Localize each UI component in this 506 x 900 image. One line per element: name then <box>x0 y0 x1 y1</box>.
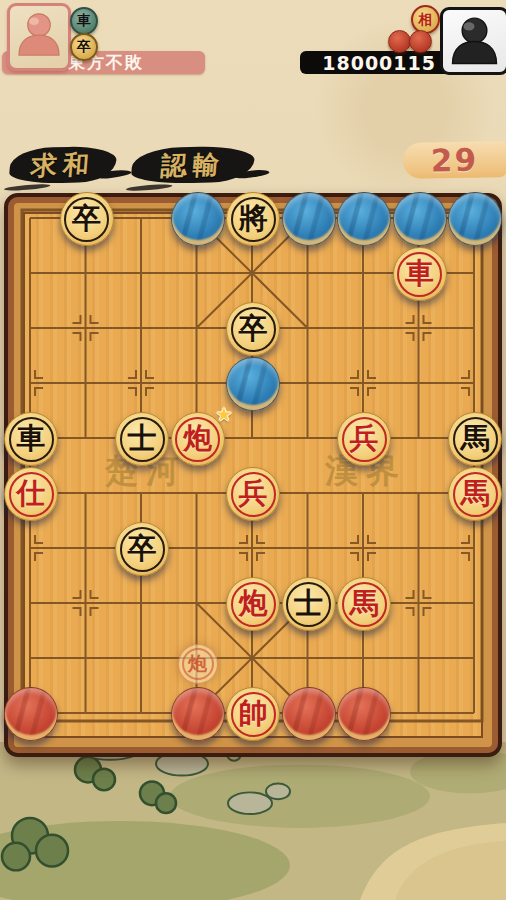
piece-character: 馬 <box>461 419 490 459</box>
black-player-avatar[interactable] <box>440 7 506 75</box>
piece-black-soldier-r0c1[interactable]: 卒 <box>60 192 114 246</box>
piece-character: 兵 <box>239 474 268 514</box>
move-timer-value: 29 <box>431 142 479 179</box>
piece-black-advisor-r4c2[interactable]: 士 <box>115 412 169 466</box>
piece-character: 馬 <box>461 474 490 514</box>
piece-hidden-black-piece-r0c8[interactable] <box>448 192 502 246</box>
piece-character: 炮 <box>183 419 212 459</box>
piece-character: 車 <box>17 419 46 459</box>
captured-black-chariot-icon: 車 <box>70 7 98 35</box>
captured-red-elephant-icon: 相 <box>411 5 440 34</box>
piece-character: 將 <box>239 199 268 239</box>
piece-red-general-r9c4[interactable]: 帥 <box>226 687 280 741</box>
piece-character: 士 <box>128 419 157 459</box>
piece-character: 仕 <box>17 474 46 514</box>
captured-hidden-red-piece-dot <box>388 30 411 53</box>
piece-red-chariot-r1c7[interactable]: 車 <box>393 247 447 301</box>
piece-character: 馬 <box>350 584 379 624</box>
piece-red-horse-r7c6[interactable]: 馬 <box>337 577 391 631</box>
piece-hidden-black-piece-r0c5[interactable] <box>282 192 336 246</box>
xiangqi-board[interactable]: 楚河 漢界 卒將車卒車士炮★兵馬仕兵馬卒炮士馬帥炮 <box>4 193 502 757</box>
piece-black-horse-r4c8[interactable]: 馬 <box>448 412 502 466</box>
offer-draw-button[interactable]: 求和 <box>8 146 117 185</box>
red-player-avatar[interactable] <box>7 3 71 71</box>
piece-black-general-r0c4[interactable]: 將 <box>226 192 280 246</box>
last-move-star-icon: ★ <box>215 403 232 425</box>
piece-hidden-red-piece-r9c0[interactable] <box>4 687 58 741</box>
person-icon <box>14 10 64 60</box>
piece-hidden-red-piece-r9c5[interactable] <box>282 687 336 741</box>
resign-label: 認輸 <box>160 147 227 184</box>
piece-hidden-red-piece-r9c6[interactable] <box>337 687 391 741</box>
piece-hidden-black-piece-r3c4[interactable] <box>226 357 280 411</box>
piece-hidden-black-piece-r0c7[interactable] <box>393 192 447 246</box>
piece-red-cannon-r4c3[interactable]: 炮★ <box>171 412 225 466</box>
piece-character: 卒 <box>72 199 101 239</box>
ghost-move-origin-cannon: 炮 <box>178 644 218 684</box>
captured-hidden-red-piece-dot <box>409 30 432 53</box>
piece-black-advisor-r7c5[interactable]: 士 <box>282 577 336 631</box>
piece-character: 帥 <box>239 694 268 734</box>
piece-black-chariot-r4c0[interactable]: 車 <box>4 412 58 466</box>
game-screen: 東方不敗 18000115 求和 認輸 29 楚河 漢界 <box>0 0 506 900</box>
piece-red-cannon-r7c4[interactable]: 炮 <box>226 577 280 631</box>
piece-hidden-red-piece-r9c3[interactable] <box>171 687 225 741</box>
piece-hidden-black-piece-r0c3[interactable] <box>171 192 225 246</box>
piece-red-advisor-r5c0[interactable]: 仕 <box>4 467 58 521</box>
person-icon <box>447 14 502 69</box>
move-timer: 29 <box>403 141 506 179</box>
piece-red-soldier-r4c6[interactable]: 兵 <box>337 412 391 466</box>
piece-character: 車 <box>405 254 434 294</box>
piece-red-horse-r5c8[interactable]: 馬 <box>448 467 502 521</box>
piece-hidden-black-piece-r0c6[interactable] <box>337 192 391 246</box>
resign-button[interactable]: 認輸 <box>130 145 255 184</box>
piece-black-soldier-r2c4[interactable]: 卒 <box>226 302 280 356</box>
piece-red-soldier-r5c4[interactable]: 兵 <box>226 467 280 521</box>
piece-character: 卒 <box>239 309 268 349</box>
piece-character: 炮 <box>239 584 268 624</box>
piece-character: 卒 <box>128 529 157 569</box>
background-map <box>0 742 506 900</box>
piece-character: 士 <box>294 584 323 624</box>
piece-character: 兵 <box>350 419 379 459</box>
captured-black-soldier-icon: 卒 <box>70 33 98 61</box>
piece-black-soldier-r6c2[interactable]: 卒 <box>115 522 169 576</box>
offer-draw-label: 求和 <box>30 147 97 184</box>
black-player-name: 18000115 <box>322 52 436 74</box>
